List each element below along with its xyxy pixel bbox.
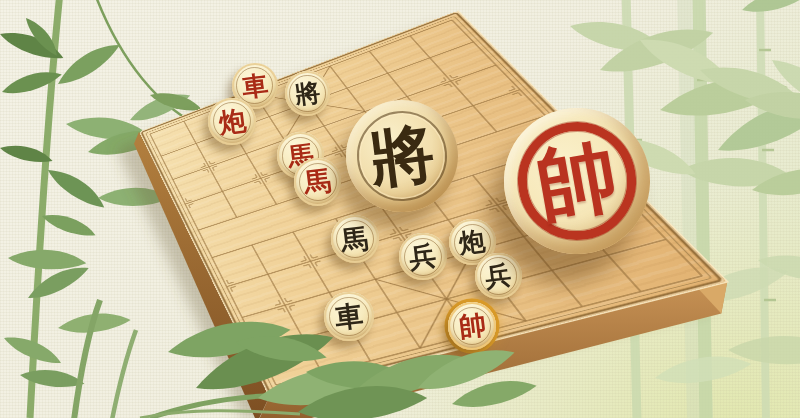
piece-帥-red[interactable]: 帥 [448,302,496,350]
scene: 車炮將馬馬馬兵炮兵車帥 將 帥 [0,0,800,418]
piece-glyph: 馬 [340,224,370,254]
giant-shuai-glyph: 帥 [531,135,624,228]
giant-jiang-glyph: 將 [366,120,437,191]
piece-glyph: 兵 [484,261,513,290]
piece-glyph: 車 [240,71,269,100]
piece-glyph: 兵 [408,242,438,272]
piece-將-black[interactable]: 將 [285,71,330,116]
piece-車-black[interactable]: 車 [324,292,374,342]
piece-馬-black[interactable]: 馬 [331,215,379,263]
piece-glyph: 帥 [457,311,487,341]
piece-glyph: 車 [333,301,364,332]
piece-炮-red[interactable]: 炮 [208,98,255,145]
piece-馬-red[interactable]: 馬 [294,158,341,205]
piece-glyph: 馬 [303,167,333,197]
piece-兵-black[interactable]: 兵 [475,253,522,300]
piece-glyph: 炮 [217,106,247,136]
piece-glyph: 炮 [458,228,487,257]
piece-兵-black[interactable]: 兵 [399,233,446,280]
piece-glyph: 將 [294,80,322,108]
